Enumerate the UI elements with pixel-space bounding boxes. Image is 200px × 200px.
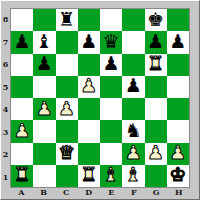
square-c8[interactable]: ♜ xyxy=(56,9,78,31)
square-d3[interactable] xyxy=(78,120,100,142)
square-d8[interactable] xyxy=(78,9,100,31)
rank-label-4: 4 xyxy=(1,98,10,121)
black-bishop-b7[interactable]: ♝ xyxy=(36,32,53,51)
square-h5[interactable] xyxy=(167,76,189,98)
white-pawn-g2[interactable]: ♟ xyxy=(147,143,164,162)
square-f3[interactable]: ♞ xyxy=(122,120,144,142)
square-f1[interactable]: ♝ xyxy=(122,165,144,187)
file-label-g: G xyxy=(145,188,168,199)
square-g5[interactable] xyxy=(145,76,167,98)
square-h1[interactable]: ♚ xyxy=(167,165,189,187)
white-pawn-c4[interactable]: ♟ xyxy=(58,99,75,118)
white-pawn-b4[interactable]: ♟ xyxy=(36,99,53,118)
white-pawn-a3[interactable]: ♟ xyxy=(14,121,31,140)
chess-program-window: 87654321 ♜♚♟♝♟♛♟♟♟♟♜♟♟♟♟♟♞♛♟♟♟♜♜♝♝♚ ABCD… xyxy=(0,0,200,200)
black-knight-f3[interactable]: ♞ xyxy=(125,121,142,140)
square-e8[interactable] xyxy=(100,9,122,31)
rank-label-7: 7 xyxy=(1,31,10,54)
square-c7[interactable] xyxy=(56,31,78,53)
square-b2[interactable] xyxy=(33,143,55,165)
square-g8[interactable]: ♚ xyxy=(145,9,167,31)
rank-label-8: 8 xyxy=(1,8,10,31)
square-a6[interactable] xyxy=(11,54,33,76)
black-pawn-g7[interactable]: ♟ xyxy=(147,32,164,51)
square-d1[interactable]: ♜ xyxy=(78,165,100,187)
white-pawn-d5[interactable]: ♟ xyxy=(80,76,97,95)
square-d5[interactable]: ♟ xyxy=(78,76,100,98)
square-a2[interactable] xyxy=(11,143,33,165)
square-a1[interactable]: ♜ xyxy=(11,165,33,187)
square-f2[interactable]: ♟ xyxy=(122,143,144,165)
white-rook-a1[interactable]: ♜ xyxy=(14,165,31,184)
black-rook-c8[interactable]: ♜ xyxy=(58,10,75,29)
square-f5[interactable]: ♟ xyxy=(122,76,144,98)
square-h2[interactable]: ♟ xyxy=(167,143,189,165)
square-e4[interactable] xyxy=(100,98,122,120)
square-g1[interactable] xyxy=(145,165,167,187)
square-c2[interactable]: ♛ xyxy=(56,143,78,165)
square-g2[interactable]: ♟ xyxy=(145,143,167,165)
square-d2[interactable] xyxy=(78,143,100,165)
square-b5[interactable] xyxy=(33,76,55,98)
white-rook-d1[interactable]: ♜ xyxy=(80,165,97,184)
square-a3[interactable]: ♟ xyxy=(11,120,33,142)
white-king-h1[interactable]: ♚ xyxy=(169,165,186,184)
square-g4[interactable] xyxy=(145,98,167,120)
square-b8[interactable] xyxy=(33,9,55,31)
rank-label-6: 6 xyxy=(1,53,10,76)
black-pawn-e6[interactable]: ♟ xyxy=(103,54,120,73)
square-b3[interactable] xyxy=(33,120,55,142)
square-d4[interactable] xyxy=(78,98,100,120)
square-f8[interactable] xyxy=(122,9,144,31)
square-c6[interactable] xyxy=(56,54,78,76)
square-e1[interactable]: ♝ xyxy=(100,165,122,187)
square-h4[interactable] xyxy=(167,98,189,120)
black-pawn-h7[interactable]: ♟ xyxy=(169,32,186,51)
square-b4[interactable]: ♟ xyxy=(33,98,55,120)
square-g3[interactable] xyxy=(145,120,167,142)
square-c1[interactable] xyxy=(56,165,78,187)
square-f4[interactable] xyxy=(122,98,144,120)
file-label-e: E xyxy=(100,188,123,199)
square-d6[interactable] xyxy=(78,54,100,76)
square-c5[interactable] xyxy=(56,76,78,98)
square-a4[interactable] xyxy=(11,98,33,120)
white-pawn-h2[interactable]: ♟ xyxy=(169,143,186,162)
file-label-h: H xyxy=(168,188,191,199)
black-pawn-d7[interactable]: ♟ xyxy=(80,32,97,51)
square-h8[interactable] xyxy=(167,9,189,31)
square-b7[interactable]: ♝ xyxy=(33,31,55,53)
file-label-c: C xyxy=(55,188,78,199)
file-labels: ABCDEFGH xyxy=(10,188,190,199)
black-king-g8[interactable]: ♚ xyxy=(147,10,164,29)
square-c3[interactable] xyxy=(56,120,78,142)
square-e2[interactable] xyxy=(100,143,122,165)
square-e6[interactable]: ♟ xyxy=(100,54,122,76)
square-g6[interactable]: ♜ xyxy=(145,54,167,76)
square-b1[interactable] xyxy=(33,165,55,187)
white-pawn-f2[interactable]: ♟ xyxy=(125,143,142,162)
file-label-f: F xyxy=(123,188,146,199)
white-bishop-f1[interactable]: ♝ xyxy=(125,165,142,184)
square-a5[interactable] xyxy=(11,76,33,98)
chess-board[interactable]: ♜♚♟♝♟♛♟♟♟♟♜♟♟♟♟♟♞♛♟♟♟♜♜♝♝♚ xyxy=(10,8,190,188)
file-label-b: B xyxy=(33,188,56,199)
rank-label-1: 1 xyxy=(1,166,10,189)
rank-label-3: 3 xyxy=(1,121,10,144)
square-e3[interactable] xyxy=(100,120,122,142)
square-h6[interactable] xyxy=(167,54,189,76)
square-a7[interactable]: ♟ xyxy=(11,31,33,53)
square-d7[interactable]: ♟ xyxy=(78,31,100,53)
file-label-a: A xyxy=(10,188,33,199)
black-pawn-a7[interactable]: ♟ xyxy=(14,32,31,51)
file-label-d: D xyxy=(78,188,101,199)
rank-label-2: 2 xyxy=(1,143,10,166)
black-pawn-f5[interactable]: ♟ xyxy=(125,76,142,95)
square-f7[interactable] xyxy=(122,31,144,53)
square-h7[interactable]: ♟ xyxy=(167,31,189,53)
square-g7[interactable]: ♟ xyxy=(145,31,167,53)
white-bishop-e1[interactable]: ♝ xyxy=(103,165,120,184)
white-queen-c2[interactable]: ♛ xyxy=(58,143,75,162)
square-h3[interactable] xyxy=(167,120,189,142)
white-rook-g6[interactable]: ♜ xyxy=(147,54,164,73)
rank-label-5: 5 xyxy=(1,76,10,99)
black-pawn-b6[interactable]: ♟ xyxy=(36,54,53,73)
rank-labels: 87654321 xyxy=(1,8,10,188)
black-queen-e7[interactable]: ♛ xyxy=(103,32,120,51)
square-c4[interactable]: ♟ xyxy=(56,98,78,120)
square-a8[interactable] xyxy=(11,9,33,31)
square-e7[interactable]: ♛ xyxy=(100,31,122,53)
square-e5[interactable] xyxy=(100,76,122,98)
square-f6[interactable] xyxy=(122,54,144,76)
square-b6[interactable]: ♟ xyxy=(33,54,55,76)
